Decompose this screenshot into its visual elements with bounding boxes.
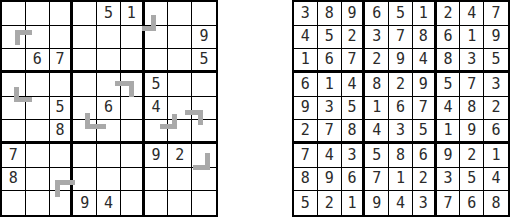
cell-r6c1	[2, 120, 26, 144]
cell-r2c8: 1	[460, 26, 484, 50]
cell-r3c2: 6	[26, 49, 50, 73]
cell-r2c2	[26, 26, 50, 50]
cell-r8c8	[168, 168, 192, 192]
cell-r5c7: 4	[437, 97, 461, 121]
cell-r1c5: 5	[97, 2, 121, 26]
cell-r4c3: 4	[342, 73, 366, 97]
cell-r7c1: 7	[2, 144, 26, 168]
cell-r6c1: 2	[294, 120, 318, 144]
cell-r4c1: 6	[294, 73, 318, 97]
cell-r6c5: 3	[389, 120, 413, 144]
cell-r4c4: 8	[365, 73, 389, 97]
cell-r5c5: 6	[389, 97, 413, 121]
cell-r9c6: 3	[413, 191, 437, 215]
cell-r5c3: 5	[50, 97, 74, 121]
cell-r3c8	[168, 49, 192, 73]
cell-r8c4: 7	[365, 168, 389, 192]
cell-r7c2	[26, 144, 50, 168]
cell-r6c9: 6	[484, 120, 508, 144]
cell-r9c2	[26, 191, 50, 215]
cell-r8c3: 6	[342, 168, 366, 192]
cell-r7c6	[121, 144, 145, 168]
cell-r8c6	[121, 168, 145, 192]
cell-r5c8	[168, 97, 192, 121]
cell-r5c7: 4	[145, 97, 169, 121]
cell-r9c1: 5	[294, 191, 318, 215]
cell-r7c5: 8	[389, 144, 413, 168]
cell-r5c8: 8	[460, 97, 484, 121]
cell-r3c5	[97, 49, 121, 73]
cell-r2c5	[97, 26, 121, 50]
cell-r2c9: 9	[192, 26, 216, 50]
cell-r2c2: 5	[318, 26, 342, 50]
cell-r7c5	[97, 144, 121, 168]
puzzle-board: 51967555648792894	[0, 0, 218, 217]
cell-r6c6: 5	[413, 120, 437, 144]
cell-r3c5: 9	[389, 49, 413, 73]
cell-r7c3: 3	[342, 144, 366, 168]
cell-r7c6: 6	[413, 144, 437, 168]
cell-r3c3: 7	[342, 49, 366, 73]
cell-r9c9	[192, 191, 216, 215]
cell-r7c9	[192, 144, 216, 168]
cell-r9c5: 4	[97, 191, 121, 215]
cell-r1c1: 3	[294, 2, 318, 26]
cell-r6c7: 1	[437, 120, 461, 144]
cell-r4c6: 9	[413, 73, 437, 97]
cell-r5c9	[192, 97, 216, 121]
cell-r1c4	[73, 2, 97, 26]
cell-r5c1	[2, 97, 26, 121]
cell-r8c7	[145, 168, 169, 192]
cell-r8c9	[192, 168, 216, 192]
cell-r1c7: 2	[437, 2, 461, 26]
cell-r9c2: 2	[318, 191, 342, 215]
cell-r2c3: 2	[342, 26, 366, 50]
cell-r9c4: 9	[365, 191, 389, 215]
cell-r1c8	[168, 2, 192, 26]
cell-r4c2: 1	[318, 73, 342, 97]
cell-r8c5	[97, 168, 121, 192]
cell-r9c4: 9	[73, 191, 97, 215]
cell-r1c2: 8	[318, 2, 342, 26]
cell-r8c9: 4	[484, 168, 508, 192]
cell-r6c5	[97, 120, 121, 144]
cell-r7c7: 9	[145, 144, 169, 168]
cell-r6c2	[26, 120, 50, 144]
cell-r7c2: 4	[318, 144, 342, 168]
cell-r5c4	[73, 97, 97, 121]
cell-r8c7: 3	[437, 168, 461, 192]
cell-r2c6	[121, 26, 145, 50]
cell-r7c4	[73, 144, 97, 168]
cell-r8c8: 5	[460, 168, 484, 192]
cell-r4c8: 7	[460, 73, 484, 97]
cell-r4c2	[26, 73, 50, 97]
cell-r7c7: 9	[437, 144, 461, 168]
cell-r3c1: 1	[294, 49, 318, 73]
cell-r2c4: 3	[365, 26, 389, 50]
cell-r9c7	[145, 191, 169, 215]
cell-r8c3	[50, 168, 74, 192]
cell-r6c8: 9	[460, 120, 484, 144]
cell-r3c7	[145, 49, 169, 73]
sudoku-screenshot: 51967555648792894 3896512474523786191672…	[0, 0, 510, 217]
cell-r9c5: 4	[389, 191, 413, 215]
cell-r8c2	[26, 168, 50, 192]
cell-r6c4: 4	[365, 120, 389, 144]
cell-r6c7	[145, 120, 169, 144]
cell-r5c2: 3	[318, 97, 342, 121]
cell-r5c6	[121, 97, 145, 121]
cell-r3c4	[73, 49, 97, 73]
cell-r1c8: 4	[460, 2, 484, 26]
cell-r9c8: 6	[460, 191, 484, 215]
cell-r6c3: 8	[342, 120, 366, 144]
cell-r3c6: 4	[413, 49, 437, 73]
cell-r6c8	[168, 120, 192, 144]
cell-r7c9: 1	[484, 144, 508, 168]
cell-r2c6: 8	[413, 26, 437, 50]
cell-r1c9: 7	[484, 2, 508, 26]
cell-r3c9: 5	[484, 49, 508, 73]
cell-r2c9: 9	[484, 26, 508, 50]
cell-r1c9	[192, 2, 216, 26]
cell-r1c5: 5	[389, 2, 413, 26]
cell-r9c1	[2, 191, 26, 215]
cell-r5c1: 9	[294, 97, 318, 121]
cell-r6c2: 7	[318, 120, 342, 144]
cell-r4c9	[192, 73, 216, 97]
cell-r9c3: 1	[342, 191, 366, 215]
cell-r9c6	[121, 191, 145, 215]
cell-r3c9: 5	[192, 49, 216, 73]
cell-r4c1	[2, 73, 26, 97]
cell-r3c3: 7	[50, 49, 74, 73]
cell-r1c3	[50, 2, 74, 26]
cell-r3c8: 3	[460, 49, 484, 73]
cell-r9c8	[168, 191, 192, 215]
cell-r2c5: 7	[389, 26, 413, 50]
cell-r2c4	[73, 26, 97, 50]
cell-r4c3	[50, 73, 74, 97]
cell-r5c3: 5	[342, 97, 366, 121]
cell-r1c2	[26, 2, 50, 26]
cell-r1c6: 1	[413, 2, 437, 26]
cell-r1c1	[2, 2, 26, 26]
cell-r8c2: 9	[318, 168, 342, 192]
cell-r2c7	[145, 26, 169, 50]
cell-r4c9: 3	[484, 73, 508, 97]
cell-r9c3	[50, 191, 74, 215]
cell-r1c3: 9	[342, 2, 366, 26]
cell-r5c5: 6	[97, 97, 121, 121]
cell-r9c7: 7	[437, 191, 461, 215]
cell-r1c7	[145, 2, 169, 26]
cell-r7c1: 7	[294, 144, 318, 168]
cell-r4c6	[121, 73, 145, 97]
cell-r2c1	[2, 26, 26, 50]
cell-r1c6: 1	[121, 2, 145, 26]
cell-r2c8	[168, 26, 192, 50]
cell-r5c2	[26, 97, 50, 121]
cell-r8c1: 8	[2, 168, 26, 192]
cell-r1c4: 6	[365, 2, 389, 26]
cell-r8c5: 1	[389, 168, 413, 192]
cell-r7c8: 2	[460, 144, 484, 168]
cell-r5c4: 1	[365, 97, 389, 121]
cell-r9c9: 8	[484, 191, 508, 215]
cell-r2c1: 4	[294, 26, 318, 50]
cell-r6c6	[121, 120, 145, 144]
cell-r4c4	[73, 73, 97, 97]
cell-r8c1: 8	[294, 168, 318, 192]
cell-r2c3	[50, 26, 74, 50]
cell-r6c9	[192, 120, 216, 144]
cell-r6c4	[73, 120, 97, 144]
cell-r3c6	[121, 49, 145, 73]
cell-r4c8	[168, 73, 192, 97]
cell-r4c7: 5	[437, 73, 461, 97]
cell-r4c5	[97, 73, 121, 97]
cell-r8c4	[73, 168, 97, 192]
cell-r4c5: 2	[389, 73, 413, 97]
cell-r7c3	[50, 144, 74, 168]
cell-r7c8: 2	[168, 144, 192, 168]
cell-r4c7: 5	[145, 73, 169, 97]
cell-r3c7: 8	[437, 49, 461, 73]
cell-r5c9: 2	[484, 97, 508, 121]
cell-r3c4: 2	[365, 49, 389, 73]
cell-r3c2: 6	[318, 49, 342, 73]
cell-r2c7: 6	[437, 26, 461, 50]
cell-r7c4: 5	[365, 144, 389, 168]
solution-board: 3896512474523786191672948356148295739351…	[292, 0, 510, 217]
cell-r5c6: 7	[413, 97, 437, 121]
cell-r3c1	[2, 49, 26, 73]
cell-r8c6: 2	[413, 168, 437, 192]
cell-r6c3: 8	[50, 120, 74, 144]
